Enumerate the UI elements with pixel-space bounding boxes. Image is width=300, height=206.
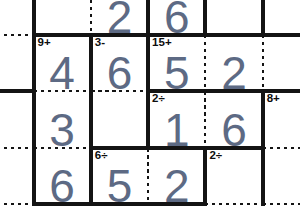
cage-border-line: [32, 202, 93, 206]
cage-border-line: [146, 89, 207, 93]
cage-border-line: [146, 89, 150, 149]
cage-border-line: [261, 0, 265, 37]
cell-r2c2[interactable]: [91, 91, 148, 147]
cell-divider-line: [204, 35, 206, 91]
cage-border-line: [261, 146, 265, 206]
cell-divider-line: [34, 90, 91, 92]
cell-r3c1[interactable]: 6: [34, 148, 91, 204]
cage-border-line: [261, 202, 265, 206]
cage-border-line: [261, 89, 265, 149]
cell-r2c3[interactable]: 2÷1: [148, 91, 205, 147]
cage-clue: 2÷: [209, 149, 222, 161]
cell-r2c4[interactable]: 6: [205, 91, 262, 147]
cage-border-line: [146, 202, 207, 206]
cell-divider-line: [0, 34, 34, 36]
cell-divider-line: [91, 90, 148, 92]
cell-r2c5[interactable]: 8+: [263, 91, 300, 147]
cell-divider-line: [263, 203, 300, 205]
cell-divider-line: [0, 147, 34, 149]
kenken-board: 269+43-615+5232÷168+66÷522÷: [0, 0, 300, 206]
cell-r0c0[interactable]: [0, 0, 34, 35]
cell-r1c3[interactable]: 15+5: [148, 35, 205, 91]
cage-border-line: [146, 33, 150, 93]
cage-border-line: [89, 33, 150, 37]
cell-r3c0[interactable]: [0, 148, 34, 204]
cage-clue: 15+: [152, 36, 172, 48]
cell-r0c3[interactable]: 6: [148, 0, 205, 35]
cell-r3c4[interactable]: 2÷: [205, 148, 262, 204]
cage-border-line: [89, 146, 150, 150]
cell-divider-line: [147, 148, 149, 204]
cage-border-line: [203, 146, 264, 150]
cage-border-line: [146, 0, 150, 37]
cage-clue: 8+: [267, 92, 280, 104]
cell-r3c5[interactable]: [263, 148, 300, 204]
cell-r1c5[interactable]: [263, 35, 300, 91]
cell-r1c4[interactable]: 2: [205, 35, 262, 91]
cage-border-line: [32, 33, 36, 93]
cell-r0c5[interactable]: [263, 0, 300, 35]
cage-border-line: [203, 202, 207, 206]
cage-clue: 3-: [95, 36, 105, 48]
cell-r1c0[interactable]: [0, 35, 34, 91]
cage-border-line: [203, 146, 207, 206]
cage-border-line: [146, 146, 207, 150]
cell-r1c2[interactable]: 3-6: [91, 35, 148, 91]
cage-border-line: [203, 33, 264, 37]
cage-border-line: [32, 89, 36, 149]
cell-divider-line: [205, 203, 262, 205]
cell-value: 5: [91, 163, 148, 206]
cell-divider-line: [90, 0, 92, 35]
cage-border-line: [203, 0, 207, 37]
cage-border-line: [89, 33, 93, 93]
cell-r2c0[interactable]: [0, 91, 34, 147]
cage-border-line: [261, 89, 300, 93]
cell-r2c1[interactable]: 3: [34, 91, 91, 147]
cage-border-line: [146, 33, 207, 37]
cage-border-line: [89, 146, 93, 206]
cell-divider-line: [263, 147, 300, 149]
cage-border-line: [32, 146, 36, 206]
cell-divider-line: [0, 203, 34, 205]
cell-r3c3[interactable]: 2: [148, 148, 205, 204]
cell-r1c1[interactable]: 9+4: [34, 35, 91, 91]
cell-r3c2[interactable]: 6÷5: [91, 148, 148, 204]
cell-r0c2[interactable]: 2: [91, 0, 148, 35]
cage-border-line: [261, 33, 300, 37]
cage-clue: 9+: [38, 36, 51, 48]
cage-border-line: [32, 0, 36, 37]
cell-r0c4[interactable]: [205, 0, 262, 35]
cage-border-line: [89, 89, 93, 149]
cell-value: 6: [34, 163, 91, 206]
cage-border-line: [89, 202, 150, 206]
cell-divider-line: [262, 35, 264, 91]
cell-divider-line: [204, 91, 206, 147]
cage-clue: 6÷: [95, 149, 108, 161]
cage-border-line: [32, 33, 93, 37]
cell-divider-line: [34, 147, 91, 149]
cage-border-line: [203, 89, 264, 93]
cage-clue: 2÷: [152, 92, 165, 104]
cell-value: 2: [148, 163, 205, 206]
cell-r0c1[interactable]: [34, 0, 91, 35]
cage-border-line: [0, 89, 36, 93]
